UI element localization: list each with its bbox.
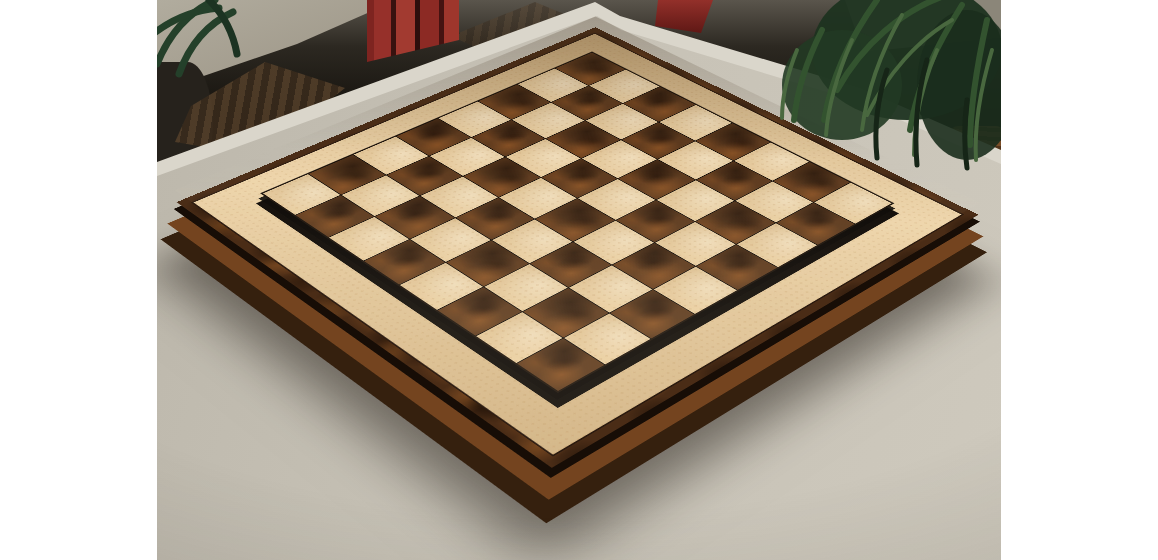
product-photo xyxy=(157,0,1001,560)
screenshot xyxy=(0,0,1158,560)
plant-right-palm-icon xyxy=(702,0,1001,225)
